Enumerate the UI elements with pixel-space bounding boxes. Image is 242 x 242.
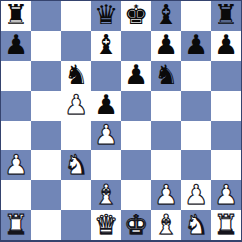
square-h3[interactable] (211, 150, 241, 180)
square-g8[interactable] (181, 1, 211, 31)
square-b1[interactable] (31, 210, 61, 240)
square-c7[interactable] (61, 31, 91, 61)
piece-white-pawn[interactable]: ♟ (184, 181, 208, 208)
square-h5[interactable] (211, 91, 241, 121)
square-b4[interactable] (31, 121, 61, 151)
piece-white-bishop[interactable]: ♝ (154, 211, 178, 238)
square-e8[interactable]: ♚ (121, 1, 151, 31)
square-f2[interactable]: ♟ (151, 180, 181, 210)
piece-white-bishop[interactable]: ♝ (94, 181, 118, 208)
square-d1[interactable]: ♛ (91, 210, 121, 240)
square-g5[interactable] (181, 91, 211, 121)
square-g3[interactable] (181, 150, 211, 180)
square-h2[interactable]: ♟ (211, 180, 241, 210)
square-f6[interactable]: ♞ (151, 61, 181, 91)
square-b7[interactable] (31, 31, 61, 61)
square-c5[interactable]: ♟ (61, 91, 91, 121)
square-a1[interactable]: ♜ (1, 210, 31, 240)
square-d8[interactable]: ♛ (91, 1, 121, 31)
piece-black-pawn[interactable]: ♟ (94, 91, 118, 118)
square-d3[interactable] (91, 150, 121, 180)
square-a2[interactable] (1, 180, 31, 210)
square-d4[interactable]: ♟ (91, 121, 121, 151)
chess-board-frame: ♜♛♚♝♜♟♝♟♟♟♞♟♞♟♟♟♟♞♝♟♟♟♜♛♚♝♞♜ (0, 0, 242, 242)
square-c4[interactable] (61, 121, 91, 151)
square-f5[interactable] (151, 91, 181, 121)
piece-white-knight[interactable]: ♞ (64, 151, 88, 178)
piece-black-king[interactable]: ♚ (124, 1, 148, 28)
square-a7[interactable]: ♟ (1, 31, 31, 61)
piece-black-knight[interactable]: ♞ (154, 61, 178, 88)
square-a8[interactable]: ♜ (1, 1, 31, 31)
square-c6[interactable]: ♞ (61, 61, 91, 91)
square-e7[interactable] (121, 31, 151, 61)
square-d7[interactable]: ♝ (91, 31, 121, 61)
square-e4[interactable] (121, 121, 151, 151)
square-h4[interactable] (211, 121, 241, 151)
piece-black-rook[interactable]: ♜ (4, 1, 28, 28)
square-f7[interactable]: ♟ (151, 31, 181, 61)
square-c8[interactable] (61, 1, 91, 31)
square-g2[interactable]: ♟ (181, 180, 211, 210)
piece-black-pawn[interactable]: ♟ (184, 31, 208, 58)
square-b6[interactable] (31, 61, 61, 91)
square-a5[interactable] (1, 91, 31, 121)
square-e5[interactable] (121, 91, 151, 121)
square-c2[interactable] (61, 180, 91, 210)
square-d2[interactable]: ♝ (91, 180, 121, 210)
square-e1[interactable]: ♚ (121, 210, 151, 240)
square-h6[interactable] (211, 61, 241, 91)
square-d6[interactable] (91, 61, 121, 91)
piece-white-knight[interactable]: ♞ (184, 211, 208, 238)
chess-board: ♜♛♚♝♜♟♝♟♟♟♞♟♞♟♟♟♟♞♝♟♟♟♜♛♚♝♞♜ (1, 1, 241, 240)
piece-white-rook[interactable]: ♜ (4, 211, 28, 238)
square-b3[interactable] (31, 150, 61, 180)
piece-white-pawn[interactable]: ♟ (94, 121, 118, 148)
square-h8[interactable]: ♜ (211, 1, 241, 31)
square-a6[interactable] (1, 61, 31, 91)
square-h7[interactable]: ♟ (211, 31, 241, 61)
piece-black-rook[interactable]: ♜ (214, 1, 238, 28)
piece-black-pawn[interactable]: ♟ (124, 61, 148, 88)
square-a4[interactable] (1, 121, 31, 151)
square-g4[interactable] (181, 121, 211, 151)
piece-black-pawn[interactable]: ♟ (214, 31, 238, 58)
square-h1[interactable]: ♜ (211, 210, 241, 240)
piece-white-queen[interactable]: ♛ (94, 211, 118, 238)
piece-white-pawn[interactable]: ♟ (154, 181, 178, 208)
piece-white-rook[interactable]: ♜ (214, 211, 238, 238)
square-e6[interactable]: ♟ (121, 61, 151, 91)
square-f4[interactable] (151, 121, 181, 151)
piece-white-king[interactable]: ♚ (124, 211, 148, 238)
square-f1[interactable]: ♝ (151, 210, 181, 240)
piece-black-bishop[interactable]: ♝ (94, 31, 118, 58)
piece-black-knight[interactable]: ♞ (64, 61, 88, 88)
square-c1[interactable] (61, 210, 91, 240)
square-a3[interactable]: ♟ (1, 150, 31, 180)
square-e3[interactable] (121, 150, 151, 180)
square-e2[interactable] (121, 180, 151, 210)
piece-black-pawn[interactable]: ♟ (4, 31, 28, 58)
square-b2[interactable] (31, 180, 61, 210)
square-b8[interactable] (31, 1, 61, 31)
square-g1[interactable]: ♞ (181, 210, 211, 240)
square-c3[interactable]: ♞ (61, 150, 91, 180)
piece-white-pawn[interactable]: ♟ (4, 151, 28, 178)
square-f3[interactable] (151, 150, 181, 180)
piece-black-queen[interactable]: ♛ (94, 1, 118, 28)
square-g7[interactable]: ♟ (181, 31, 211, 61)
square-f8[interactable]: ♝ (151, 1, 181, 31)
square-g6[interactable] (181, 61, 211, 91)
square-b5[interactable] (31, 91, 61, 121)
piece-black-pawn[interactable]: ♟ (154, 31, 178, 58)
piece-white-pawn[interactable]: ♟ (214, 181, 238, 208)
piece-black-bishop[interactable]: ♝ (154, 1, 178, 28)
piece-white-pawn[interactable]: ♟ (64, 91, 88, 118)
square-d5[interactable]: ♟ (91, 91, 121, 121)
